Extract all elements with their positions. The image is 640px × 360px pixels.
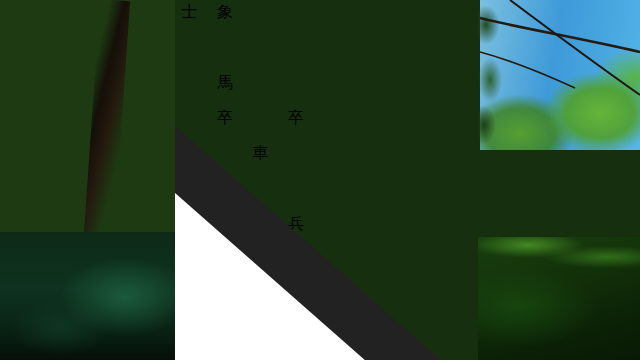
background-branches <box>480 0 640 120</box>
background-water <box>0 232 175 360</box>
background-grass <box>478 237 640 360</box>
background-trunk-strip <box>627 238 640 342</box>
stream-frame: 楚河 漢界 理想象棋 車将士象士炮馬象馬卒車炮卒卒卒卒車車兵兵馬兵兵馬炮炮相仕帥… <box>0 0 640 360</box>
